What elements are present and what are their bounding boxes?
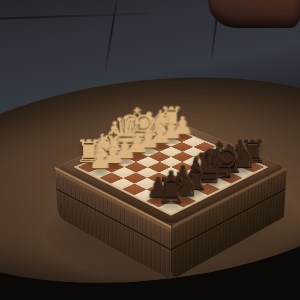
sofa-pillow [208, 0, 300, 28]
sofa-cushion-seam [104, 0, 117, 71]
white-pawn-a2: ♟ [88, 146, 112, 172]
living-room-scene: ♜♞♝♛♚♝♞♜♟♟♟♟♟♟♟♟♟♟♟♟♟♟♟♟♜♞♝♛♚♝♞♜ [0, 0, 300, 300]
sofa-cushion-seam [0, 12, 150, 19]
black-rook-a8: ♜ [156, 174, 186, 208]
chess-box: ♜♞♝♛♚♝♞♜♟♟♟♟♟♟♟♟♟♟♟♟♟♟♟♟♜♞♝♛♚♝♞♜ [55, 120, 287, 227]
